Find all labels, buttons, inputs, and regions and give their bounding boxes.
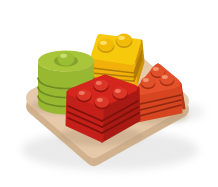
peg-highlight bbox=[162, 75, 168, 79]
peg-dome bbox=[141, 76, 155, 87]
orange-peg-3 bbox=[160, 73, 175, 86]
red-peg-4 bbox=[94, 96, 109, 109]
peg-highlight bbox=[115, 89, 121, 93]
peg-dome bbox=[160, 73, 174, 84]
toy-illustration bbox=[0, 0, 218, 187]
peg-highlight bbox=[79, 91, 85, 95]
red-peg-3 bbox=[112, 87, 127, 100]
peg-dome bbox=[98, 39, 114, 52]
peg-dome bbox=[94, 79, 108, 91]
peg-highlight bbox=[60, 54, 67, 58]
peg-highlight bbox=[97, 98, 103, 102]
peg-highlight bbox=[96, 81, 102, 85]
red-peg-2 bbox=[76, 89, 91, 102]
peg-highlight bbox=[100, 41, 107, 45]
orange-peg-2 bbox=[141, 76, 156, 89]
product-photo-toy-shape-sorter bbox=[0, 0, 218, 187]
peg-highlight bbox=[118, 36, 125, 40]
peg-highlight bbox=[153, 67, 159, 71]
red-peg-1 bbox=[93, 79, 108, 92]
peg-dome bbox=[95, 96, 109, 108]
peg-dome bbox=[58, 52, 75, 66]
yellow-peg-2 bbox=[116, 34, 133, 49]
peg-highlight bbox=[143, 78, 149, 82]
peg-dome bbox=[77, 89, 91, 101]
peg-dome bbox=[116, 34, 132, 47]
peg-dome bbox=[113, 87, 127, 99]
green-peg-1 bbox=[58, 52, 75, 66]
yellow-peg-1 bbox=[98, 39, 115, 54]
